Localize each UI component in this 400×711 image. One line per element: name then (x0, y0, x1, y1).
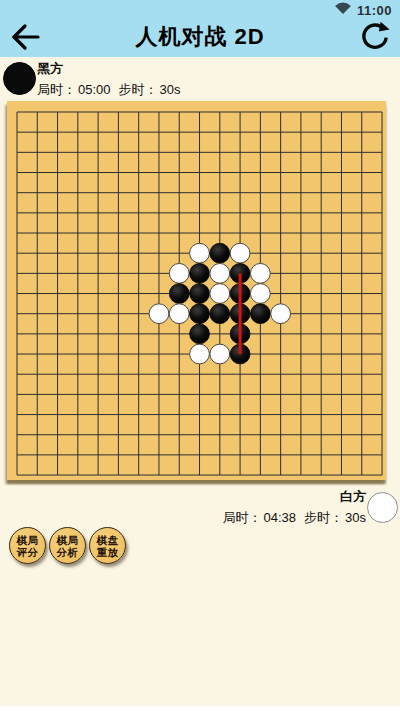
black-stone-avatar (3, 62, 36, 95)
stone-black (210, 304, 230, 324)
board-canvas (7, 101, 386, 480)
white-game-time-label: 局时： (222, 510, 261, 525)
black-player-panel: 黑方 局时：05:00 步时：30s (0, 58, 400, 100)
white-player-panel: 白方 局时：04:38 步时：30s (222, 488, 398, 527)
refresh-button[interactable] (358, 19, 392, 53)
stone-black (190, 284, 210, 304)
stone-white (190, 243, 210, 263)
header: 11:00 人机对战 2D (0, 0, 400, 57)
stone-white (250, 284, 270, 304)
stone-white (149, 304, 169, 324)
stone-white (210, 344, 230, 364)
stone-black (190, 324, 210, 344)
black-move-time-label: 步时： (119, 82, 158, 97)
black-game-time: 05:00 (78, 82, 111, 97)
stone-white (271, 304, 291, 324)
white-game-time: 04:38 (263, 510, 296, 525)
stone-white (169, 304, 189, 324)
stone-white (210, 284, 230, 304)
black-move-time: 30s (160, 82, 181, 97)
action-buttons: 棋局 评分 棋局 分析 棋盘 重放 (9, 527, 126, 564)
status-clock: 11:00 (357, 3, 392, 18)
board-replay-button[interactable]: 棋盘 重放 (89, 527, 126, 564)
wifi-icon (334, 1, 352, 19)
black-player-name: 黑方 (37, 60, 181, 78)
white-player-times: 局时：04:38 步时：30s (222, 509, 366, 527)
stone-black (210, 243, 230, 263)
status-bar: 11:00 (334, 2, 392, 18)
stones-layer (149, 243, 290, 364)
stone-white (190, 344, 210, 364)
refresh-icon (364, 22, 390, 48)
black-player-times: 局时：05:00 步时：30s (37, 81, 181, 99)
black-game-time-label: 局时： (37, 82, 76, 97)
white-move-time-label: 步时： (304, 510, 343, 525)
stone-black (190, 263, 210, 283)
white-player-name: 白方 (222, 488, 366, 506)
bottom-edge (0, 706, 400, 711)
stone-black (250, 304, 270, 324)
page-title: 人机对战 2D (0, 22, 400, 52)
title-bar: 人机对战 2D (0, 18, 400, 57)
stone-white (210, 263, 230, 283)
stone-white (230, 243, 250, 263)
stone-white (169, 263, 189, 283)
game-analysis-button[interactable]: 棋局 分析 (49, 527, 86, 564)
gomoku-board[interactable] (7, 101, 386, 480)
white-move-time: 30s (345, 510, 366, 525)
game-score-button[interactable]: 棋局 评分 (9, 527, 46, 564)
stone-white (250, 263, 270, 283)
stone-black (169, 284, 189, 304)
white-stone-avatar (367, 492, 398, 523)
stone-black (190, 304, 210, 324)
